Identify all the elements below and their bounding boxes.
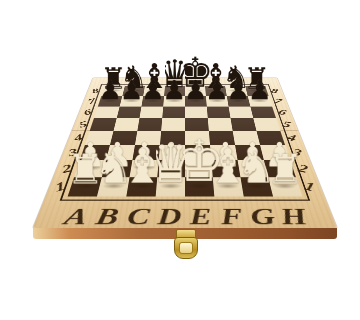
piece-black-pawn: ♟: [249, 71, 270, 100]
piece-black-pawn: ♟: [121, 71, 142, 100]
piece-black-pawn: ♟: [142, 71, 163, 100]
piece-black-pawn: ♟: [100, 71, 121, 100]
piece-black-pawn: ♟: [206, 71, 227, 100]
board-plane: ABCDEFGH1122334455667788♜♞♝♛♚♝♞♜♟♟♟♟♟♟♟♟…: [33, 78, 337, 228]
photo-stage: ABCDEFGH1122334455667788♜♞♝♛♚♝♞♜♟♟♟♟♟♟♟♟…: [0, 0, 360, 320]
perspective-scene: ABCDEFGH1122334455667788♜♞♝♛♚♝♞♜♟♟♟♟♟♟♟♟…: [0, 0, 360, 320]
clasp-hole: [179, 242, 193, 254]
piece-black-pawn: ♟: [228, 71, 249, 100]
piece-black-pawn: ♟: [164, 71, 185, 100]
brass-clasp: [171, 229, 199, 259]
piece-black-pawn: ♟: [185, 71, 206, 100]
piece-white-rook: ♜: [271, 142, 300, 187]
